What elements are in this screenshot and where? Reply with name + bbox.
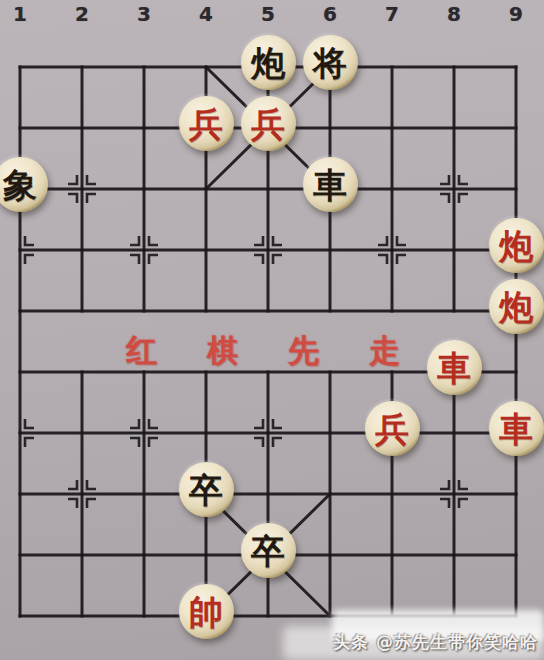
piece-character: 炮 xyxy=(489,279,544,335)
piece-character: 車 xyxy=(303,157,358,213)
watermark: 头条 @苏先生带你笑哈哈 xyxy=(333,631,538,654)
piece-character: 車 xyxy=(489,401,544,457)
river-annotation: 红棋先走 xyxy=(126,330,450,366)
piece-black-soldier[interactable]: 卒 xyxy=(179,462,234,517)
piece-black-general[interactable]: 将 xyxy=(303,35,358,90)
piece-black-chariot[interactable]: 車 xyxy=(303,157,358,212)
piece-character: 兵 xyxy=(241,96,296,152)
piece-red-soldier[interactable]: 兵 xyxy=(365,401,420,456)
piece-red-cannon[interactable]: 炮 xyxy=(489,279,544,334)
piece-character: 兵 xyxy=(179,96,234,152)
piece-character: 将 xyxy=(303,35,358,91)
piece-character: 兵 xyxy=(365,401,420,457)
piece-character: 炮 xyxy=(241,35,296,91)
piece-red-chariot[interactable]: 車 xyxy=(489,401,544,456)
piece-red-general[interactable]: 帥 xyxy=(179,584,234,639)
piece-character: 卒 xyxy=(179,462,234,518)
xiangqi-board-screenshot: 123456789 红棋先走 炮将兵兵象車炮炮車兵車卒卒帥 头条 @苏先生带你笑… xyxy=(0,0,544,660)
piece-red-cannon[interactable]: 炮 xyxy=(489,218,544,273)
piece-character: 帥 xyxy=(179,584,234,640)
piece-red-soldier[interactable]: 兵 xyxy=(179,96,234,151)
piece-black-soldier[interactable]: 卒 xyxy=(241,523,296,578)
piece-character: 車 xyxy=(427,340,482,396)
piece-character: 卒 xyxy=(241,523,296,579)
piece-black-elephant[interactable]: 象 xyxy=(0,157,48,212)
piece-black-cannon[interactable]: 炮 xyxy=(241,35,296,90)
piece-red-chariot[interactable]: 車 xyxy=(427,340,482,395)
piece-character: 象 xyxy=(0,157,48,213)
piece-character: 炮 xyxy=(489,218,544,274)
piece-red-soldier[interactable]: 兵 xyxy=(241,96,296,151)
